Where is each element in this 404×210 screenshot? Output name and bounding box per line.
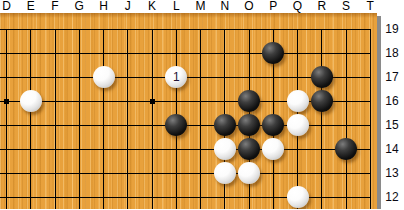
- grid-line-h-14: [0, 149, 371, 150]
- column-label-R: R: [317, 0, 326, 13]
- stone-white-N13[interactable]: [214, 162, 236, 184]
- stone-black-R17[interactable]: [311, 66, 333, 88]
- star-point-D16: [4, 99, 9, 104]
- column-label-E: E: [27, 0, 35, 13]
- column-label-Q: Q: [293, 0, 302, 13]
- row-label-12: 12: [381, 190, 403, 204]
- go-diagram: DEFGHJKLMNOPQRST 1 1918171615141312: [0, 0, 404, 209]
- column-label-J: J: [125, 0, 131, 13]
- grid-line-v-T: [370, 29, 371, 210]
- stone-white-H17[interactable]: [93, 66, 115, 88]
- grid-line-v-G: [79, 29, 80, 210]
- row-label-13: 13: [381, 166, 403, 180]
- stone-white-Q15[interactable]: [287, 114, 309, 136]
- stone-white-E16[interactable]: [20, 90, 42, 112]
- grid-line-v-E: [30, 29, 31, 210]
- column-label-K: K: [148, 0, 156, 13]
- column-label-P: P: [269, 0, 277, 13]
- stone-black-N15[interactable]: [214, 114, 236, 136]
- grid-line-v-H: [103, 29, 104, 210]
- grid-line-v-R: [321, 29, 322, 210]
- column-label-H: H: [99, 0, 108, 13]
- stone-white-Q12[interactable]: [287, 186, 309, 208]
- grid-line-v-J: [127, 29, 128, 210]
- stone-white-Q16[interactable]: [287, 90, 309, 112]
- stone-black-O15[interactable]: [238, 114, 260, 136]
- stone-black-R16[interactable]: [311, 90, 333, 112]
- grid-line-h-19: [0, 29, 371, 30]
- stone-white-N14[interactable]: [214, 138, 236, 160]
- stone-white-P14[interactable]: [262, 138, 284, 160]
- star-point-K16: [150, 99, 155, 104]
- column-coordinates: DEFGHJKLMNOPQRST: [0, 0, 404, 13]
- column-label-O: O: [244, 0, 253, 13]
- stone-black-L15[interactable]: [165, 114, 187, 136]
- grid-line-h-18: [0, 53, 371, 54]
- stone-white-L17[interactable]: [165, 66, 187, 88]
- grid-line-v-K: [152, 29, 153, 210]
- column-label-D: D: [2, 0, 11, 13]
- column-label-G: G: [75, 0, 84, 13]
- column-label-N: N: [220, 0, 229, 13]
- row-label-16: 16: [381, 94, 403, 108]
- stone-black-S14[interactable]: [335, 138, 357, 160]
- go-board[interactable]: 1: [0, 13, 377, 209]
- grid-line-v-D: [6, 29, 7, 210]
- row-label-15: 15: [381, 118, 403, 132]
- grid-line-v-F: [55, 29, 56, 210]
- grid-line-v-M: [200, 29, 201, 210]
- column-label-L: L: [173, 0, 180, 13]
- grid-line-v-S: [346, 29, 347, 210]
- row-coordinates: 1918171615141312: [381, 13, 404, 209]
- stone-black-O14[interactable]: [238, 138, 260, 160]
- stone-black-P15[interactable]: [262, 114, 284, 136]
- grid-line-h-13: [0, 173, 371, 174]
- row-label-14: 14: [381, 142, 403, 156]
- column-label-S: S: [342, 0, 350, 13]
- row-label-19: 19: [381, 22, 403, 36]
- column-label-M: M: [196, 0, 206, 13]
- row-label-17: 17: [381, 70, 403, 84]
- grid-line-h-12: [0, 197, 371, 198]
- row-label-18: 18: [381, 46, 403, 60]
- stone-white-O13[interactable]: [238, 162, 260, 184]
- stone-black-P18[interactable]: [262, 42, 284, 64]
- stone-black-O16[interactable]: [238, 90, 260, 112]
- column-label-F: F: [51, 0, 58, 13]
- column-label-T: T: [367, 0, 374, 13]
